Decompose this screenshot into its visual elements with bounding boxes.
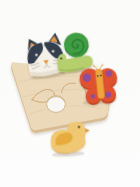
- toy-scene: [0, 0, 140, 187]
- product-photo-stage: [0, 0, 140, 187]
